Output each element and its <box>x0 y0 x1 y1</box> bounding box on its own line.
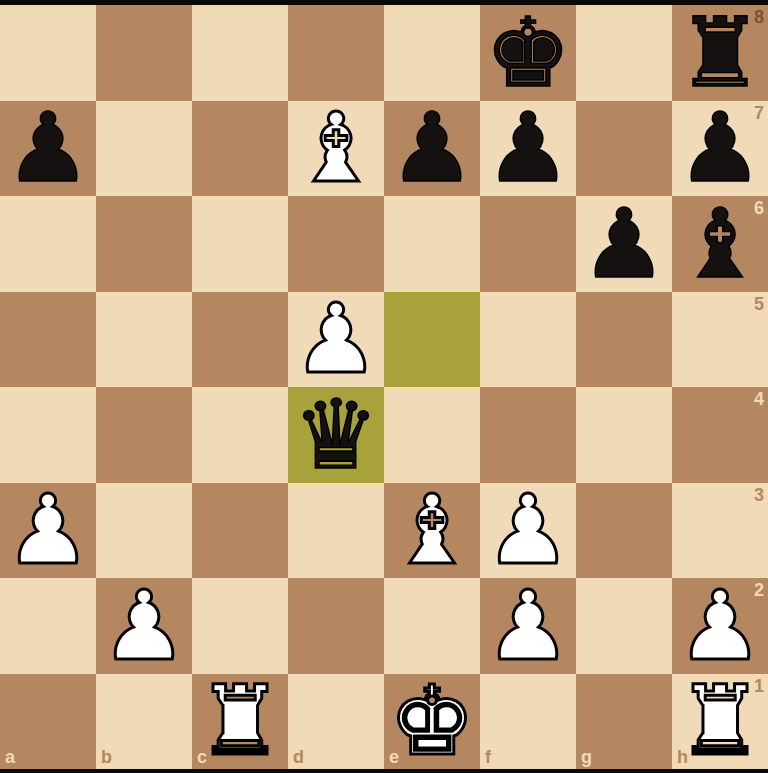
square-b2[interactable]: ♟ <box>96 578 192 674</box>
file-label-c: c <box>197 748 207 766</box>
square-b3[interactable] <box>96 483 192 579</box>
square-c5[interactable] <box>192 292 288 388</box>
square-f4[interactable] <box>480 387 576 483</box>
square-a7[interactable]: ♟ <box>0 101 96 197</box>
square-e5[interactable] <box>384 292 480 388</box>
file-label-a: a <box>5 748 15 766</box>
black-pawn-a7[interactable]: ♟ <box>0 101 96 197</box>
white-pawn-f2[interactable]: ♟ <box>480 578 576 674</box>
square-a5[interactable] <box>0 292 96 388</box>
square-g7[interactable] <box>576 101 672 197</box>
square-h5[interactable]: 5 <box>672 292 768 388</box>
square-h7[interactable]: 7♟ <box>672 101 768 197</box>
square-c4[interactable] <box>192 387 288 483</box>
square-b4[interactable] <box>96 387 192 483</box>
white-bishop-e3[interactable]: ♝ <box>384 483 480 579</box>
square-d3[interactable] <box>288 483 384 579</box>
square-a8[interactable] <box>0 5 96 101</box>
black-king-f8[interactable]: ♚ <box>480 5 576 101</box>
square-e3[interactable]: ♝ <box>384 483 480 579</box>
square-d8[interactable] <box>288 5 384 101</box>
square-g2[interactable] <box>576 578 672 674</box>
file-label-d: d <box>293 748 304 766</box>
square-g8[interactable] <box>576 5 672 101</box>
square-d6[interactable] <box>288 196 384 292</box>
white-pawn-d5[interactable]: ♟ <box>288 292 384 388</box>
square-g5[interactable] <box>576 292 672 388</box>
square-f5[interactable] <box>480 292 576 388</box>
rank-label-3: 3 <box>754 486 764 504</box>
white-pawn-b2[interactable]: ♟ <box>96 578 192 674</box>
square-g4[interactable] <box>576 387 672 483</box>
square-e7[interactable]: ♟ <box>384 101 480 197</box>
bottom-edge-bar <box>0 769 768 773</box>
square-g6[interactable]: ♟ <box>576 196 672 292</box>
rank-label-2: 2 <box>754 581 764 599</box>
file-label-f: f <box>485 748 491 766</box>
square-d1[interactable]: d <box>288 674 384 770</box>
file-label-g: g <box>581 748 592 766</box>
square-d4[interactable]: ♛ <box>288 387 384 483</box>
square-a2[interactable] <box>0 578 96 674</box>
square-b7[interactable] <box>96 101 192 197</box>
square-f6[interactable] <box>480 196 576 292</box>
black-queen-d4[interactable]: ♛ <box>288 387 384 483</box>
square-d2[interactable] <box>288 578 384 674</box>
square-b8[interactable] <box>96 5 192 101</box>
square-b5[interactable] <box>96 292 192 388</box>
square-a1[interactable]: a <box>0 674 96 770</box>
square-g1[interactable]: g <box>576 674 672 770</box>
black-pawn-g6[interactable]: ♟ <box>576 196 672 292</box>
rank-label-7: 7 <box>754 104 764 122</box>
black-pawn-e7[interactable]: ♟ <box>384 101 480 197</box>
square-e4[interactable] <box>384 387 480 483</box>
square-c6[interactable] <box>192 196 288 292</box>
square-a6[interactable] <box>0 196 96 292</box>
square-h8[interactable]: 8♜ <box>672 5 768 101</box>
square-f2[interactable]: ♟ <box>480 578 576 674</box>
square-h4[interactable]: 4 <box>672 387 768 483</box>
rank-label-4: 4 <box>754 390 764 408</box>
square-e6[interactable] <box>384 196 480 292</box>
file-label-e: e <box>389 748 399 766</box>
square-h6[interactable]: 6♝ <box>672 196 768 292</box>
white-bishop-d7[interactable]: ♝ <box>288 101 384 197</box>
square-e2[interactable] <box>384 578 480 674</box>
square-c8[interactable] <box>192 5 288 101</box>
square-e1[interactable]: e♚ <box>384 674 480 770</box>
square-h1[interactable]: 1h♜ <box>672 674 768 770</box>
square-c3[interactable] <box>192 483 288 579</box>
rank-label-5: 5 <box>754 295 764 313</box>
chess-app-screen: ♚8♜♟♝♟♟7♟♟6♝♟5♛4♟♝♟3♟♟2♟abc♜de♚fg1h♜ <box>0 0 768 773</box>
square-b6[interactable] <box>96 196 192 292</box>
square-h2[interactable]: 2♟ <box>672 578 768 674</box>
file-label-h: h <box>677 748 688 766</box>
rank-label-8: 8 <box>754 8 764 26</box>
square-a4[interactable] <box>0 387 96 483</box>
square-f7[interactable]: ♟ <box>480 101 576 197</box>
square-d5[interactable]: ♟ <box>288 292 384 388</box>
white-pawn-a3[interactable]: ♟ <box>0 483 96 579</box>
file-label-b: b <box>101 748 112 766</box>
chess-board: ♚8♜♟♝♟♟7♟♟6♝♟5♛4♟♝♟3♟♟2♟abc♜de♚fg1h♜ <box>0 5 768 769</box>
black-pawn-f7[interactable]: ♟ <box>480 101 576 197</box>
square-f8[interactable]: ♚ <box>480 5 576 101</box>
square-h3[interactable]: 3 <box>672 483 768 579</box>
square-c1[interactable]: c♜ <box>192 674 288 770</box>
square-a3[interactable]: ♟ <box>0 483 96 579</box>
square-d7[interactable]: ♝ <box>288 101 384 197</box>
square-f1[interactable]: f <box>480 674 576 770</box>
square-c7[interactable] <box>192 101 288 197</box>
square-c2[interactable] <box>192 578 288 674</box>
white-pawn-f3[interactable]: ♟ <box>480 483 576 579</box>
square-b1[interactable]: b <box>96 674 192 770</box>
rank-label-6: 6 <box>754 199 764 217</box>
square-f3[interactable]: ♟ <box>480 483 576 579</box>
square-g3[interactable] <box>576 483 672 579</box>
square-e8[interactable] <box>384 5 480 101</box>
rank-label-1: 1 <box>754 677 764 695</box>
